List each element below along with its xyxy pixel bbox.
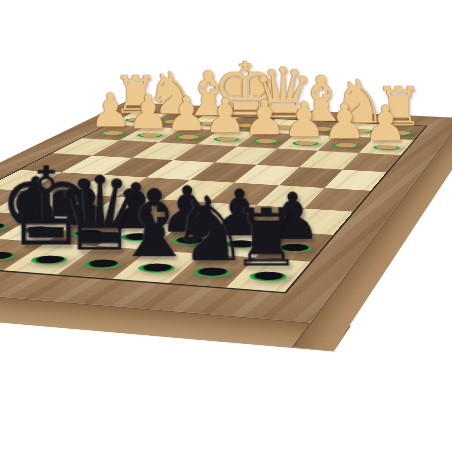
chess-board: ♜♞♝♚♛♝♞♜♟♟♟♟♟♟♟♟♟♟♟♟♟♟♟♟♜♞♝♚♛♝♞♜ xyxy=(0,102,452,322)
square-a8[interactable]: ♜ xyxy=(226,258,310,292)
perspective-stage: ♜♞♝♚♛♝♞♜♟♟♟♟♟♟♟♟♟♟♟♟♟♟♟♟♜♞♝♚♛♝♞♜ xyxy=(0,0,452,452)
black-rook-a8[interactable]: ♜ xyxy=(188,199,342,279)
chess-board-photo: ♜♞♝♚♛♝♞♜♟♟♟♟♟♟♟♟♟♟♟♟♟♟♟♟♜♞♝♚♛♝♞♜ xyxy=(0,0,452,452)
white-pawn-a2[interactable]: ♟ xyxy=(330,100,439,149)
